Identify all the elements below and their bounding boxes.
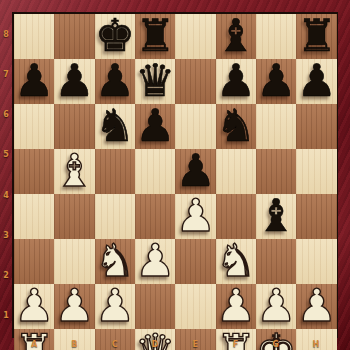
square-h4[interactable] <box>296 194 336 239</box>
file-label-h: H <box>296 340 336 349</box>
square-c6[interactable]: ♞ <box>95 104 135 149</box>
piece-white-pawn[interactable]: ♟ <box>175 193 215 238</box>
piece-white-knight[interactable]: ♞ <box>95 238 135 283</box>
file-labels: ABCDEFGH <box>14 338 336 350</box>
square-g2[interactable]: ♟ <box>256 284 296 329</box>
piece-black-queen[interactable]: ♛ <box>135 58 175 103</box>
piece-white-knight[interactable]: ♞ <box>216 238 256 283</box>
piece-white-pawn[interactable]: ♟ <box>216 283 256 328</box>
square-b4[interactable] <box>54 194 94 239</box>
square-h2[interactable]: ♟ <box>296 284 336 329</box>
piece-black-pawn[interactable]: ♟ <box>256 58 296 103</box>
rank-label-6: 6 <box>0 110 12 119</box>
piece-black-rook[interactable]: ♜ <box>135 13 175 58</box>
piece-white-pawn[interactable]: ♟ <box>135 238 175 283</box>
chess-board-frame: ♚♜♝♜♟♟♟♛♟♟♟♞♟♞♝♟♟♝♞♟♞♟♟♟♟♟♟♜♛♜♚ 87654321… <box>0 0 350 350</box>
piece-white-pawn[interactable]: ♟ <box>296 283 336 328</box>
square-f8[interactable]: ♝ <box>216 14 256 59</box>
piece-black-king[interactable]: ♚ <box>95 13 135 58</box>
rank-label-2: 2 <box>0 271 12 280</box>
piece-black-pawn[interactable]: ♟ <box>54 58 94 103</box>
square-f3[interactable]: ♞ <box>216 239 256 284</box>
square-b3[interactable] <box>54 239 94 284</box>
piece-black-knight[interactable]: ♞ <box>95 103 135 148</box>
file-label-g: G <box>256 340 296 349</box>
piece-black-pawn[interactable]: ♟ <box>14 58 54 103</box>
square-g8[interactable] <box>256 14 296 59</box>
piece-black-pawn[interactable]: ♟ <box>135 103 175 148</box>
square-b5[interactable]: ♝ <box>54 149 94 194</box>
square-b6[interactable] <box>54 104 94 149</box>
square-e7[interactable] <box>175 59 215 104</box>
square-b8[interactable] <box>54 14 94 59</box>
square-a4[interactable] <box>14 194 54 239</box>
square-d5[interactable] <box>135 149 175 194</box>
square-e5[interactable]: ♟ <box>175 149 215 194</box>
piece-white-pawn[interactable]: ♟ <box>54 283 94 328</box>
rank-label-7: 7 <box>0 70 12 79</box>
square-a5[interactable] <box>14 149 54 194</box>
square-e3[interactable] <box>175 239 215 284</box>
file-label-f: F <box>215 340 255 349</box>
square-d3[interactable]: ♟ <box>135 239 175 284</box>
piece-white-bishop[interactable]: ♝ <box>54 148 94 193</box>
piece-white-pawn[interactable]: ♟ <box>256 283 296 328</box>
square-h7[interactable]: ♟ <box>296 59 336 104</box>
square-b2[interactable]: ♟ <box>54 284 94 329</box>
square-h3[interactable] <box>296 239 336 284</box>
file-label-a: A <box>14 340 54 349</box>
square-c7[interactable]: ♟ <box>95 59 135 104</box>
square-c3[interactable]: ♞ <box>95 239 135 284</box>
square-e6[interactable] <box>175 104 215 149</box>
piece-black-bishop[interactable]: ♝ <box>256 193 296 238</box>
square-f2[interactable]: ♟ <box>216 284 256 329</box>
square-g6[interactable] <box>256 104 296 149</box>
rank-label-5: 5 <box>0 150 12 159</box>
square-h8[interactable]: ♜ <box>296 14 336 59</box>
square-a2[interactable]: ♟ <box>14 284 54 329</box>
chess-board: ♚♜♝♜♟♟♟♛♟♟♟♞♟♞♝♟♟♝♞♟♞♟♟♟♟♟♟♜♛♜♚ <box>12 12 338 338</box>
square-d7[interactable]: ♛ <box>135 59 175 104</box>
file-label-e: E <box>175 340 215 349</box>
square-h6[interactable] <box>296 104 336 149</box>
file-label-d: D <box>135 340 175 349</box>
square-a6[interactable] <box>14 104 54 149</box>
square-c4[interactable] <box>95 194 135 239</box>
square-f4[interactable] <box>216 194 256 239</box>
square-f5[interactable] <box>216 149 256 194</box>
square-c2[interactable]: ♟ <box>95 284 135 329</box>
rank-labels: 87654321 <box>0 14 12 336</box>
file-label-b: B <box>54 340 94 349</box>
square-c8[interactable]: ♚ <box>95 14 135 59</box>
piece-black-knight[interactable]: ♞ <box>216 103 256 148</box>
piece-white-pawn[interactable]: ♟ <box>95 283 135 328</box>
square-e8[interactable] <box>175 14 215 59</box>
rank-label-8: 8 <box>0 30 12 39</box>
piece-white-pawn[interactable]: ♟ <box>14 283 54 328</box>
rank-label-4: 4 <box>0 191 12 200</box>
piece-black-pawn[interactable]: ♟ <box>216 58 256 103</box>
square-g7[interactable]: ♟ <box>256 59 296 104</box>
square-d8[interactable]: ♜ <box>135 14 175 59</box>
square-f6[interactable]: ♞ <box>216 104 256 149</box>
square-d2[interactable] <box>135 284 175 329</box>
square-g4[interactable]: ♝ <box>256 194 296 239</box>
square-d6[interactable]: ♟ <box>135 104 175 149</box>
square-a8[interactable] <box>14 14 54 59</box>
square-a3[interactable] <box>14 239 54 284</box>
square-f7[interactable]: ♟ <box>216 59 256 104</box>
square-c5[interactable] <box>95 149 135 194</box>
piece-black-pawn[interactable]: ♟ <box>296 58 336 103</box>
piece-black-bishop[interactable]: ♝ <box>216 13 256 58</box>
square-a7[interactable]: ♟ <box>14 59 54 104</box>
square-h5[interactable] <box>296 149 336 194</box>
square-d4[interactable] <box>135 194 175 239</box>
square-e2[interactable] <box>175 284 215 329</box>
square-g5[interactable] <box>256 149 296 194</box>
file-label-c: C <box>95 340 135 349</box>
square-g3[interactable] <box>256 239 296 284</box>
piece-black-rook[interactable]: ♜ <box>296 13 336 58</box>
rank-label-3: 3 <box>0 231 12 240</box>
rank-label-1: 1 <box>0 311 12 320</box>
square-b7[interactable]: ♟ <box>54 59 94 104</box>
piece-black-pawn[interactable]: ♟ <box>175 148 215 193</box>
square-e4[interactable]: ♟ <box>175 194 215 239</box>
piece-black-pawn[interactable]: ♟ <box>95 58 135 103</box>
